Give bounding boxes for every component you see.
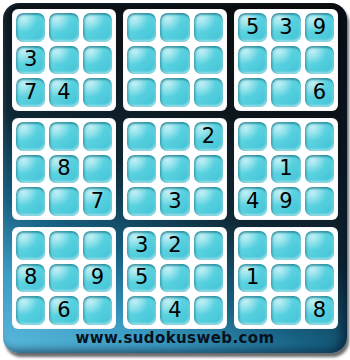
cell-r5c7[interactable] [238,155,267,184]
cell-r8c2[interactable] [49,264,78,293]
cell-r9c9[interactable]: 8 [305,296,334,325]
cell-r4c4[interactable] [127,122,156,151]
cell-r2c2[interactable] [49,46,78,75]
cell-r1c2[interactable] [49,13,78,42]
cell-r5c3[interactable] [83,155,112,184]
cell-r6c7[interactable]: 4 [238,187,267,216]
cell-r7c8[interactable] [271,231,300,260]
sudoku-board: 37453968723149896325418 [12,9,338,329]
cell-r6c2[interactable] [49,187,78,216]
cell-r6c6[interactable] [194,187,223,216]
cell-r3c9[interactable]: 6 [305,78,334,107]
cell-r1c4[interactable] [127,13,156,42]
cell-r3c2[interactable]: 4 [49,78,78,107]
cell-r1c9[interactable]: 9 [305,13,334,42]
sudoku-box-7: 896 [12,227,116,329]
cell-r8c4[interactable]: 5 [127,264,156,293]
sudoku-box-6: 149 [234,118,338,220]
cell-r2c3[interactable] [83,46,112,75]
cell-r7c6[interactable] [194,231,223,260]
cell-r4c6[interactable]: 2 [194,122,223,151]
cell-r8c8[interactable] [271,264,300,293]
cell-r9c7[interactable] [238,296,267,325]
cell-r1c1[interactable] [16,13,45,42]
site-url: www.sudokusweb.com [3,327,347,348]
cell-r4c8[interactable] [271,122,300,151]
cell-r8c3[interactable]: 9 [83,264,112,293]
sudoku-box-3: 5396 [234,9,338,111]
cell-r9c8[interactable] [271,296,300,325]
cell-r2c7[interactable] [238,46,267,75]
cell-r5c9[interactable] [305,155,334,184]
cell-r7c9[interactable] [305,231,334,260]
cell-r1c3[interactable] [83,13,112,42]
cell-r6c8[interactable]: 9 [271,187,300,216]
sudoku-box-1: 374 [12,9,116,111]
cell-r5c1[interactable] [16,155,45,184]
cell-r4c3[interactable] [83,122,112,151]
sudoku-box-4: 87 [12,118,116,220]
cell-r1c5[interactable] [160,13,189,42]
cell-r9c5[interactable]: 4 [160,296,189,325]
cell-r4c5[interactable] [160,122,189,151]
cell-r8c5[interactable] [160,264,189,293]
cell-r4c1[interactable] [16,122,45,151]
cell-r4c2[interactable] [49,122,78,151]
cell-r7c4[interactable]: 3 [127,231,156,260]
cell-r3c8[interactable] [271,78,300,107]
cell-r4c9[interactable] [305,122,334,151]
cell-r9c3[interactable] [83,296,112,325]
sudoku-app: 37453968723149896325418 www.sudokusweb.c… [0,0,350,360]
cell-r3c7[interactable] [238,78,267,107]
cell-r2c5[interactable] [160,46,189,75]
cell-r9c2[interactable]: 6 [49,296,78,325]
cell-r9c1[interactable] [16,296,45,325]
cell-r5c4[interactable] [127,155,156,184]
cell-r5c5[interactable] [160,155,189,184]
cell-r7c7[interactable] [238,231,267,260]
cell-r6c4[interactable] [127,187,156,216]
sudoku-box-9: 18 [234,227,338,329]
cell-r3c4[interactable] [127,78,156,107]
cell-r8c7[interactable]: 1 [238,264,267,293]
cell-r4c7[interactable] [238,122,267,151]
cell-r2c4[interactable] [127,46,156,75]
cell-r2c9[interactable] [305,46,334,75]
cell-r6c9[interactable] [305,187,334,216]
cell-r9c4[interactable] [127,296,156,325]
cell-r6c5[interactable]: 3 [160,187,189,216]
board-frame: 37453968723149896325418 www.sudokusweb.c… [3,3,347,353]
cell-r1c6[interactable] [194,13,223,42]
cell-r7c2[interactable] [49,231,78,260]
cell-r6c1[interactable] [16,187,45,216]
sudoku-box-5: 23 [123,118,227,220]
cell-r2c8[interactable] [271,46,300,75]
sudoku-box-8: 3254 [123,227,227,329]
cell-r5c6[interactable] [194,155,223,184]
cell-r2c6[interactable] [194,46,223,75]
cell-r5c8[interactable]: 1 [271,155,300,184]
cell-r3c3[interactable] [83,78,112,107]
cell-r1c7[interactable]: 5 [238,13,267,42]
cell-r7c5[interactable]: 2 [160,231,189,260]
cell-r8c1[interactable]: 8 [16,264,45,293]
cell-r3c6[interactable] [194,78,223,107]
cell-r5c2[interactable]: 8 [49,155,78,184]
cell-r2c1[interactable]: 3 [16,46,45,75]
cell-r7c3[interactable] [83,231,112,260]
cell-r3c5[interactable] [160,78,189,107]
cell-r9c6[interactable] [194,296,223,325]
cell-r3c1[interactable]: 7 [16,78,45,107]
cell-r8c6[interactable] [194,264,223,293]
cell-r7c1[interactable] [16,231,45,260]
cell-r6c3[interactable]: 7 [83,187,112,216]
cell-r1c8[interactable]: 3 [271,13,300,42]
cell-r8c9[interactable] [305,264,334,293]
sudoku-box-2 [123,9,227,111]
